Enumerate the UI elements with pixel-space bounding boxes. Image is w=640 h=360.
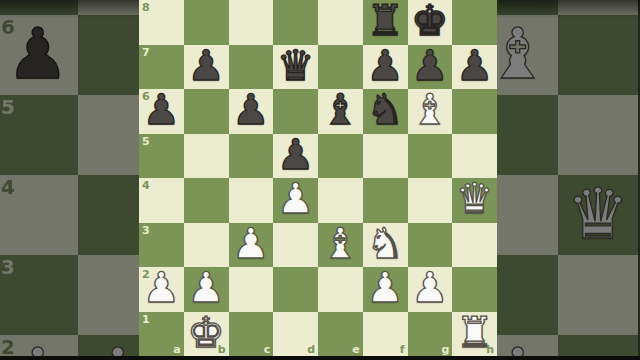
piece-black-king-g8[interactable]: ♚ [411, 0, 449, 42]
piece-white-knight-f3[interactable]: ♞ [366, 223, 404, 265]
square-b3[interactable] [184, 223, 229, 268]
square-e4[interactable] [318, 178, 363, 223]
file-label-a: a [173, 344, 180, 355]
square-h5[interactable] [452, 134, 497, 179]
square-d6[interactable] [273, 89, 318, 134]
piece-white-king-b1[interactable]: ♚ [187, 312, 225, 354]
square-a4: 4 [0, 175, 78, 255]
board-video-panel: 8♜♚7♟♛♟♟♟6♟♟♝♞♝5♟4♟♛3♟♝♞2♟♟♟♟1ab♚cdefgh♜ [139, 0, 497, 360]
piece-white-queen-h4: ♛ [567, 179, 630, 249]
square-e7[interactable] [318, 45, 363, 90]
piece-white-pawn-f2[interactable]: ♟ [366, 267, 404, 309]
file-label-g: g [441, 344, 449, 355]
rank-label-3: 3 [142, 225, 150, 236]
piece-white-pawn-c3[interactable]: ♟ [232, 223, 270, 265]
piece-black-pawn-d5[interactable]: ♟ [277, 134, 315, 176]
rank-label-4: 4 [1, 177, 15, 197]
square-b2[interactable]: ♟ [184, 267, 229, 312]
square-b6[interactable] [184, 89, 229, 134]
square-c3[interactable]: ♟ [229, 223, 274, 268]
piece-black-pawn-g7[interactable]: ♟ [411, 45, 449, 87]
square-g3[interactable] [408, 223, 453, 268]
square-f8[interactable]: ♜ [363, 0, 408, 45]
square-a8[interactable]: 8 [139, 0, 184, 45]
square-c2[interactable] [229, 267, 274, 312]
square-e3[interactable]: ♝ [318, 223, 363, 268]
piece-black-pawn-h7[interactable]: ♟ [456, 45, 494, 87]
square-e2[interactable] [318, 267, 363, 312]
square-a6[interactable]: 6♟ [139, 89, 184, 134]
square-e1[interactable]: e [318, 312, 363, 357]
square-h6 [558, 15, 638, 95]
square-a4[interactable]: 4 [139, 178, 184, 223]
square-g4[interactable] [408, 178, 453, 223]
square-g7[interactable]: ♟ [408, 45, 453, 90]
rank-label-5: 5 [142, 136, 150, 147]
piece-white-pawn-g2[interactable]: ♟ [411, 267, 449, 309]
piece-black-queen-d7[interactable]: ♛ [277, 45, 315, 87]
square-h3 [558, 255, 638, 335]
square-f7[interactable]: ♟ [363, 45, 408, 90]
square-f5[interactable] [363, 134, 408, 179]
square-h1[interactable]: h♜ [452, 312, 497, 357]
square-c6[interactable]: ♟ [229, 89, 274, 134]
square-c1[interactable]: c [229, 312, 274, 357]
file-label-e: e [352, 344, 359, 355]
square-h3[interactable] [452, 223, 497, 268]
rank-label-1: 1 [142, 314, 150, 325]
square-a3: 3 [0, 255, 78, 335]
piece-black-pawn-b7[interactable]: ♟ [187, 45, 225, 87]
file-label-c: c [264, 344, 271, 355]
square-c8[interactable] [229, 0, 274, 45]
square-e6[interactable]: ♝ [318, 89, 363, 134]
piece-black-pawn-h7: ♟ [567, 0, 630, 9]
square-a5[interactable]: 5 [139, 134, 184, 179]
chess-board: 8♜♚7♟♛♟♟♟6♟♟♝♞♝5♟4♟♛3♟♝♞2♟♟♟♟1ab♚cdefgh♜ [139, 0, 497, 356]
letterbox-bar [0, 356, 640, 360]
piece-black-pawn-f7[interactable]: ♟ [366, 45, 404, 87]
piece-white-bishop-e3[interactable]: ♝ [322, 223, 360, 265]
square-h8[interactable] [452, 0, 497, 45]
piece-black-pawn-c6[interactable]: ♟ [232, 89, 270, 131]
square-g1[interactable]: g [408, 312, 453, 357]
square-c7[interactable] [229, 45, 274, 90]
file-label-f: f [400, 344, 405, 355]
square-f2[interactable]: ♟ [363, 267, 408, 312]
square-b1[interactable]: b♚ [184, 312, 229, 357]
square-f1[interactable]: f [363, 312, 408, 357]
square-h6[interactable] [452, 89, 497, 134]
square-h7[interactable]: ♟ [452, 45, 497, 90]
piece-white-pawn-b2[interactable]: ♟ [187, 267, 225, 309]
piece-black-rook-f8[interactable]: ♜ [366, 0, 404, 42]
piece-white-rook-h1[interactable]: ♜ [456, 312, 494, 354]
rank-label-7: 7 [142, 47, 150, 58]
square-e8[interactable] [318, 0, 363, 45]
square-f3[interactable]: ♞ [363, 223, 408, 268]
square-g8[interactable]: ♚ [408, 0, 453, 45]
square-d3[interactable] [273, 223, 318, 268]
piece-black-pawn-a6[interactable]: ♟ [143, 89, 181, 131]
square-a3[interactable]: 3 [139, 223, 184, 268]
square-e5[interactable] [318, 134, 363, 179]
piece-black-bishop-e6[interactable]: ♝ [322, 89, 360, 131]
square-a5: 5 [0, 95, 78, 175]
square-f4[interactable] [363, 178, 408, 223]
square-d4[interactable]: ♟ [273, 178, 318, 223]
square-d5[interactable]: ♟ [273, 134, 318, 179]
square-g2[interactable]: ♟ [408, 267, 453, 312]
square-a1[interactable]: 1a [139, 312, 184, 357]
piece-black-pawn-a6: ♟ [7, 19, 70, 89]
square-g6[interactable]: ♝ [408, 89, 453, 134]
piece-white-bishop-g6[interactable]: ♝ [411, 89, 449, 131]
rank-label-3: 3 [1, 257, 15, 277]
square-h4: ♛ [558, 175, 638, 255]
square-c4[interactable] [229, 178, 274, 223]
rank-label-5: 5 [1, 97, 15, 117]
square-h4[interactable]: ♛ [452, 178, 497, 223]
square-b7[interactable]: ♟ [184, 45, 229, 90]
square-a7[interactable]: 7 [139, 45, 184, 90]
square-f6[interactable]: ♞ [363, 89, 408, 134]
rank-label-4: 4 [142, 180, 150, 191]
square-d1[interactable]: d [273, 312, 318, 357]
square-b4[interactable] [184, 178, 229, 223]
square-h5 [558, 95, 638, 175]
square-b5[interactable] [184, 134, 229, 179]
square-h2[interactable] [452, 267, 497, 312]
square-d8[interactable] [273, 0, 318, 45]
square-a6: 6♟ [0, 15, 78, 95]
square-g5[interactable] [408, 134, 453, 179]
square-h7: ♟ [558, 0, 638, 15]
piece-white-queen-h4[interactable]: ♛ [456, 178, 494, 220]
square-c5[interactable] [229, 134, 274, 179]
square-d2[interactable] [273, 267, 318, 312]
square-a2[interactable]: 2♟ [139, 267, 184, 312]
file-label-d: d [307, 344, 315, 355]
rank-label-8: 8 [142, 2, 150, 13]
piece-black-knight-f6[interactable]: ♞ [366, 89, 404, 131]
piece-white-pawn-a2[interactable]: ♟ [143, 267, 181, 309]
square-d7[interactable]: ♛ [273, 45, 318, 90]
square-b8[interactable] [184, 0, 229, 45]
video-frame: 8♜♚7♟♛♟♟♟6♟♟♝♞♝5♟4♟♛3♟♝♞2♟♟♟♟1ab♚cdefgh♜… [0, 0, 640, 360]
piece-white-pawn-d4[interactable]: ♟ [277, 178, 315, 220]
